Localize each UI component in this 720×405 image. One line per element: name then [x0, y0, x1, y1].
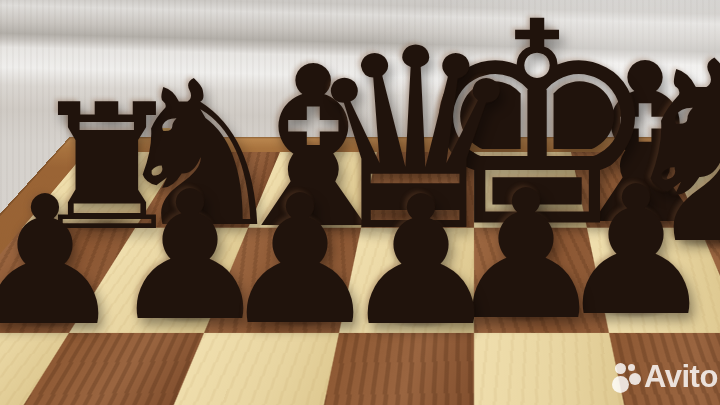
photo-scene: ♜♞♝♛♚♝♞♟♟♟♟♟♟ Avito [0, 0, 720, 405]
piece-black-pawn-d7: ♟ [341, 173, 501, 351]
avito-logo-circle [629, 373, 641, 385]
avito-logo-circle [615, 363, 626, 374]
avito-logo-circle [612, 376, 629, 393]
pieces-layer: ♜♞♝♛♚♝♞♟♟♟♟♟♟ [0, 0, 720, 405]
piece-black-pawn-a7: ♟ [0, 173, 125, 351]
avito-logo-circle [628, 364, 635, 371]
avito-wordmark: Avito [644, 359, 718, 395]
